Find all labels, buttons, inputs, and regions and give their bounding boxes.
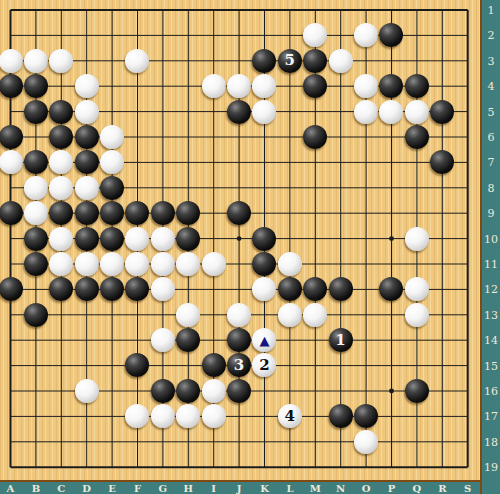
black-stone-P12 [379,277,403,301]
white-stone-E11 [100,252,124,276]
row-label-2: 2 [482,30,500,41]
white-stone-M2 [303,23,327,47]
white-stone-O4 [354,74,378,98]
black-stone-J16 [227,379,251,403]
white-stone-B9 [24,201,48,225]
column-label-E: E [102,483,122,494]
move-number-label: 5 [285,53,295,68]
white-stone-M13 [303,303,327,327]
black-stone-J15: 3 [227,353,251,377]
row-label-13: 13 [482,309,500,320]
white-stone-Q12 [405,277,429,301]
white-stone-Q10 [405,227,429,251]
black-stone-E12 [100,277,124,301]
white-stone-H17 [176,404,200,428]
row-label-19: 19 [482,462,500,473]
go-diagram: 5▲1324 12345678910111213141516171819 ABC… [0,0,500,494]
column-label-A: A [1,483,21,494]
white-stone-G14 [151,328,175,352]
black-stone-Q6 [405,125,429,149]
black-stone-D12 [75,277,99,301]
white-stone-A3 [0,49,23,73]
black-stone-F12 [125,277,149,301]
white-stone-G17 [151,404,175,428]
white-stone-E7 [100,150,124,174]
row-label-3: 3 [482,55,500,66]
white-stone-K15: 2 [252,353,276,377]
white-stone-D11 [75,252,99,276]
black-stone-C9 [49,201,73,225]
black-stone-B4 [24,74,48,98]
black-stone-H14 [176,328,200,352]
black-stone-K10 [252,227,276,251]
black-stone-R7 [430,150,454,174]
black-stone-I15 [202,353,226,377]
row-label-15: 15 [482,360,500,371]
black-stone-F9 [125,201,149,225]
white-stone-L17: 4 [278,404,302,428]
black-stone-H10 [176,227,200,251]
white-stone-D4 [75,74,99,98]
row-label-11: 11 [482,259,500,270]
black-stone-M4 [303,74,327,98]
row-label-4: 4 [482,81,500,92]
column-label-H: H [178,483,198,494]
black-stone-B10 [24,227,48,251]
black-stone-K3 [252,49,276,73]
white-stone-C11 [49,252,73,276]
black-stone-A9 [0,201,23,225]
black-stone-J14 [227,328,251,352]
white-stone-D16 [75,379,99,403]
white-stone-C3 [49,49,73,73]
triangle-marker-icon: ▲ [259,333,269,346]
white-stone-D8 [75,176,99,200]
black-stone-D10 [75,227,99,251]
row-label-14: 14 [482,335,500,346]
black-stone-A12 [0,277,23,301]
white-stone-F3 [125,49,149,73]
black-stone-A4 [0,74,23,98]
black-stone-M3 [303,49,327,73]
black-stone-G9 [151,201,175,225]
column-coordinate-strip: ABCDEFGHIJKLMNOPQRS [0,480,480,494]
black-stone-Q4 [405,74,429,98]
column-label-O: O [356,483,376,494]
stones-grid: 5▲1324 [0,0,480,480]
white-stone-C7 [49,150,73,174]
move-number-label: 1 [335,333,345,348]
white-stone-F17 [125,404,149,428]
white-stone-I17 [202,404,226,428]
white-stone-K14: ▲ [252,328,276,352]
column-label-M: M [305,483,325,494]
white-stone-H11 [176,252,200,276]
white-stone-C10 [49,227,73,251]
white-stone-K5 [252,100,276,124]
go-board[interactable]: 5▲1324 [0,0,480,480]
row-label-10: 10 [482,233,500,244]
black-stone-R5 [430,100,454,124]
column-label-S: S [458,483,478,494]
white-stone-H13 [176,303,200,327]
row-label-6: 6 [482,132,500,143]
white-stone-F11 [125,252,149,276]
row-label-12: 12 [482,284,500,295]
white-stone-G11 [151,252,175,276]
white-stone-I16 [202,379,226,403]
white-stone-L11 [278,252,302,276]
white-stone-A7 [0,150,23,174]
black-stone-O17 [354,404,378,428]
black-stone-H16 [176,379,200,403]
white-stone-O18 [354,430,378,454]
white-stone-F10 [125,227,149,251]
black-stone-M12 [303,277,327,301]
move-number-label: 4 [285,409,295,424]
black-stone-B5 [24,100,48,124]
column-label-R: R [432,483,452,494]
row-label-5: 5 [482,106,500,117]
white-stone-B3 [24,49,48,73]
column-label-G: G [153,483,173,494]
black-stone-H9 [176,201,200,225]
column-label-C: C [51,483,71,494]
column-label-Q: Q [407,483,427,494]
column-label-L: L [280,483,300,494]
black-stone-B11 [24,252,48,276]
black-stone-L3: 5 [278,49,302,73]
row-label-9: 9 [482,208,500,219]
black-stone-D7 [75,150,99,174]
white-stone-C8 [49,176,73,200]
white-stone-L13 [278,303,302,327]
black-stone-N17 [329,404,353,428]
white-stone-O2 [354,23,378,47]
row-label-8: 8 [482,182,500,193]
column-label-J: J [229,483,249,494]
white-stone-Q13 [405,303,429,327]
black-stone-E8 [100,176,124,200]
black-stone-Q16 [405,379,429,403]
black-stone-J9 [227,201,251,225]
black-stone-P4 [379,74,403,98]
black-stone-N14: 1 [329,328,353,352]
column-label-P: P [382,483,402,494]
black-stone-J5 [227,100,251,124]
column-label-K: K [255,483,275,494]
white-stone-N3 [329,49,353,73]
black-stone-K11 [252,252,276,276]
black-stone-C6 [49,125,73,149]
white-stone-J4 [227,74,251,98]
black-stone-C12 [49,277,73,301]
column-label-N: N [331,483,351,494]
black-stone-B13 [24,303,48,327]
white-stone-K12 [252,277,276,301]
white-stone-K4 [252,74,276,98]
column-label-B: B [26,483,46,494]
column-label-F: F [128,483,148,494]
black-stone-E9 [100,201,124,225]
move-number-label: 2 [259,358,269,373]
black-stone-F15 [125,353,149,377]
black-stone-C5 [49,100,73,124]
black-stone-E10 [100,227,124,251]
white-stone-P5 [379,100,403,124]
row-label-17: 17 [482,411,500,422]
black-stone-D6 [75,125,99,149]
white-stone-I11 [202,252,226,276]
black-stone-A6 [0,125,23,149]
row-label-16: 16 [482,386,500,397]
white-stone-D5 [75,100,99,124]
move-number-label: 3 [234,358,244,373]
black-stone-G16 [151,379,175,403]
black-stone-P2 [379,23,403,47]
row-label-18: 18 [482,436,500,447]
row-label-7: 7 [482,157,500,168]
row-label-1: 1 [482,5,500,16]
black-stone-L12 [278,277,302,301]
black-stone-B7 [24,150,48,174]
white-stone-E6 [100,125,124,149]
row-coordinate-strip: 12345678910111213141516171819 [480,0,500,494]
white-stone-B8 [24,176,48,200]
white-stone-I4 [202,74,226,98]
white-stone-G12 [151,277,175,301]
column-label-D: D [77,483,97,494]
black-stone-N12 [329,277,353,301]
black-stone-M6 [303,125,327,149]
white-stone-Q5 [405,100,429,124]
white-stone-G10 [151,227,175,251]
black-stone-D9 [75,201,99,225]
column-label-I: I [204,483,224,494]
white-stone-O5 [354,100,378,124]
white-stone-J13 [227,303,251,327]
